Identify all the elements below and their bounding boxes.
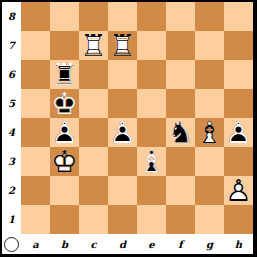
square-f4[interactable]: ♞♘ (166, 118, 195, 147)
piece-outline-glyph: ♔ (50, 89, 79, 118)
chess-board: ♜♖♜♖♜♖♚♔♟♙♟♙♞♘♝♗♟♙♚♔♝♗♟♙ (21, 2, 253, 234)
piece-outline-glyph: ♘ (166, 118, 195, 147)
file-label-c: c (79, 234, 108, 254)
square-a3[interactable] (21, 147, 50, 176)
square-b2[interactable] (50, 176, 79, 205)
piece-outline-glyph: ♗ (137, 147, 166, 176)
square-e3[interactable]: ♝♗ (137, 147, 166, 176)
rank-label-3: 3 (2, 147, 21, 176)
white-rook[interactable]: ♜♖ (79, 31, 108, 60)
file-label-d: d (108, 234, 137, 254)
chess-diagram: 87654321 ♜♖♜♖♜♖♚♔♟♙♟♙♞♘♝♗♟♙♚♔♝♗♟♙ abcdef… (0, 0, 257, 257)
white-pawn[interactable]: ♟♙ (224, 176, 253, 205)
square-e6[interactable] (137, 60, 166, 89)
rank-label-5: 5 (2, 89, 21, 118)
file-label-a: a (21, 234, 50, 254)
piece-outline-glyph: ♖ (108, 31, 137, 60)
square-d4[interactable]: ♟♙ (108, 118, 137, 147)
square-g6[interactable] (195, 60, 224, 89)
white-bishop[interactable]: ♝♗ (195, 118, 224, 147)
square-d6[interactable] (108, 60, 137, 89)
square-f3[interactable] (166, 147, 195, 176)
square-h2[interactable]: ♟♙ (224, 176, 253, 205)
square-g7[interactable] (195, 31, 224, 60)
square-f5[interactable] (166, 89, 195, 118)
square-b6[interactable]: ♜♖ (50, 60, 79, 89)
square-f2[interactable] (166, 176, 195, 205)
square-c7[interactable]: ♜♖ (79, 31, 108, 60)
piece-outline-glyph: ♔ (50, 147, 79, 176)
square-e2[interactable] (137, 176, 166, 205)
square-c2[interactable] (79, 176, 108, 205)
square-g5[interactable] (195, 89, 224, 118)
file-label-f: f (166, 234, 195, 254)
rank-label-8: 8 (2, 2, 21, 31)
black-knight[interactable]: ♞♘ (166, 118, 195, 147)
rank-label-2: 2 (2, 176, 21, 205)
black-pawn[interactable]: ♟♙ (50, 118, 79, 147)
square-g3[interactable] (195, 147, 224, 176)
square-c4[interactable] (79, 118, 108, 147)
square-h3[interactable] (224, 147, 253, 176)
black-king[interactable]: ♚♔ (50, 89, 79, 118)
square-d7[interactable]: ♜♖ (108, 31, 137, 60)
square-c1[interactable] (79, 205, 108, 234)
side-to-move-indicator (2, 234, 21, 254)
square-g8[interactable] (195, 2, 224, 31)
square-e4[interactable] (137, 118, 166, 147)
square-a4[interactable] (21, 118, 50, 147)
file-labels: abcdefgh (21, 234, 253, 254)
square-h8[interactable] (224, 2, 253, 31)
square-h1[interactable] (224, 205, 253, 234)
file-label-b: b (50, 234, 79, 254)
square-d2[interactable] (108, 176, 137, 205)
square-a8[interactable] (21, 2, 50, 31)
square-e7[interactable] (137, 31, 166, 60)
square-h5[interactable] (224, 89, 253, 118)
square-a7[interactable] (21, 31, 50, 60)
piece-outline-glyph: ♙ (224, 118, 253, 147)
file-label-e: e (137, 234, 166, 254)
square-a1[interactable] (21, 205, 50, 234)
square-c5[interactable] (79, 89, 108, 118)
white-to-move-circle-icon (4, 237, 19, 252)
black-pawn[interactable]: ♟♙ (108, 118, 137, 147)
rank-label-4: 4 (2, 118, 21, 147)
square-e8[interactable] (137, 2, 166, 31)
file-label-g: g (195, 234, 224, 254)
rank-label-6: 6 (2, 60, 21, 89)
black-rook[interactable]: ♜♖ (50, 60, 79, 89)
square-a5[interactable] (21, 89, 50, 118)
square-f7[interactable] (166, 31, 195, 60)
file-label-h: h (224, 234, 253, 254)
square-e5[interactable] (137, 89, 166, 118)
piece-outline-glyph: ♖ (50, 60, 79, 89)
square-e1[interactable] (137, 205, 166, 234)
black-pawn[interactable]: ♟♙ (224, 118, 253, 147)
square-d3[interactable] (108, 147, 137, 176)
square-f8[interactable] (166, 2, 195, 31)
square-h7[interactable] (224, 31, 253, 60)
square-g4[interactable]: ♝♗ (195, 118, 224, 147)
piece-outline-glyph: ♖ (79, 31, 108, 60)
white-rook[interactable]: ♜♖ (108, 31, 137, 60)
square-g1[interactable] (195, 205, 224, 234)
rank-labels: 87654321 (2, 2, 21, 234)
piece-outline-glyph: ♙ (108, 118, 137, 147)
square-g2[interactable] (195, 176, 224, 205)
square-c6[interactable] (79, 60, 108, 89)
white-king[interactable]: ♚♔ (50, 147, 79, 176)
square-b4[interactable]: ♟♙ (50, 118, 79, 147)
piece-outline-glyph: ♙ (50, 118, 79, 147)
piece-outline-glyph: ♙ (224, 176, 253, 205)
black-bishop[interactable]: ♝♗ (137, 147, 166, 176)
square-d8[interactable] (108, 2, 137, 31)
piece-outline-glyph: ♗ (195, 118, 224, 147)
square-h4[interactable]: ♟♙ (224, 118, 253, 147)
square-f1[interactable] (166, 205, 195, 234)
square-b5[interactable]: ♚♔ (50, 89, 79, 118)
square-b7[interactable] (50, 31, 79, 60)
rank-label-1: 1 (2, 205, 21, 234)
rank-label-7: 7 (2, 31, 21, 60)
square-a6[interactable] (21, 60, 50, 89)
square-d1[interactable] (108, 205, 137, 234)
square-a2[interactable] (21, 176, 50, 205)
square-h6[interactable] (224, 60, 253, 89)
square-b8[interactable] (50, 2, 79, 31)
square-f6[interactable] (166, 60, 195, 89)
square-c8[interactable] (79, 2, 108, 31)
square-d5[interactable] (108, 89, 137, 118)
square-b1[interactable] (50, 205, 79, 234)
square-b3[interactable]: ♚♔ (50, 147, 79, 176)
square-c3[interactable] (79, 147, 108, 176)
